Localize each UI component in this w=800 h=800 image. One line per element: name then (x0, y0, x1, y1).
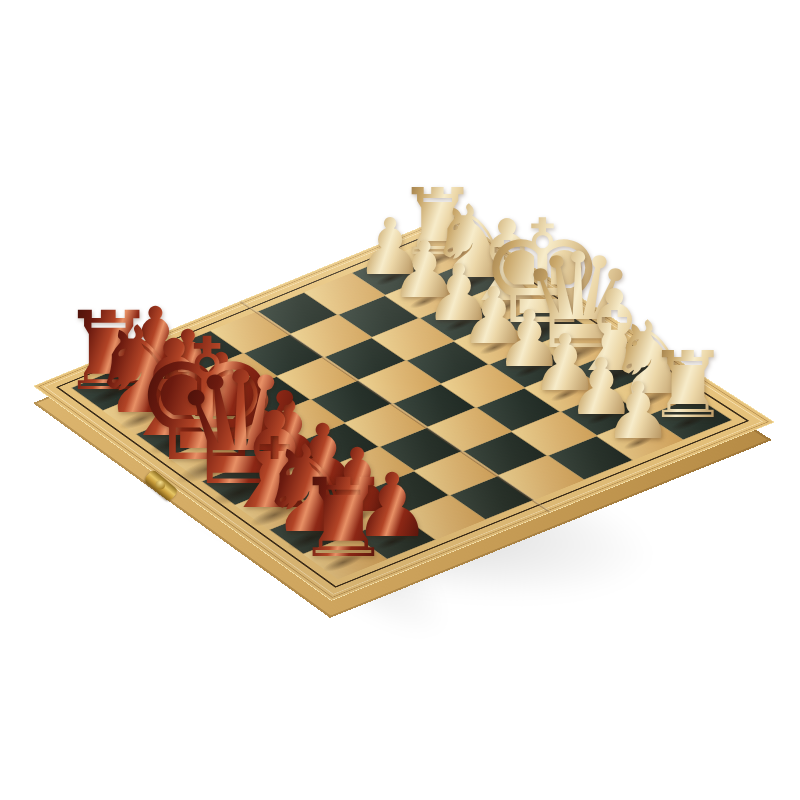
chess-set-product-photo[interactable]: ♜♟♟♜♞♟♟♞♝♟♟♝♚♟♟♚♛♟♟♛♝♟♟♝♞♟♟♞♜♟♟♜ (0, 0, 800, 800)
